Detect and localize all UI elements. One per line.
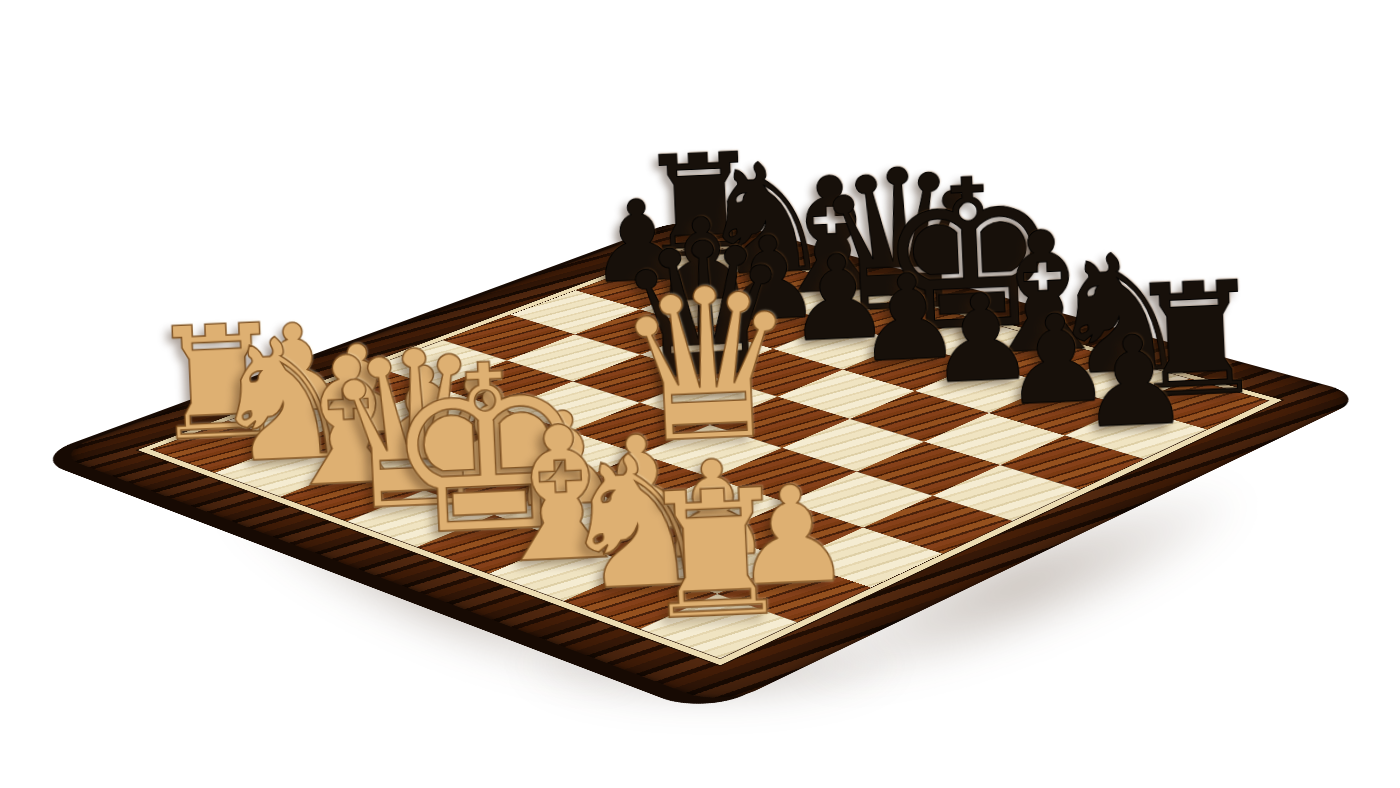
white-rook-h1: ♜ — [589, 478, 842, 631]
wooden-board: ♜♞♝♛♚♝♞♜♟♟♟♟♟♟♟♟♛♛♟♟♟♟♟♟♟♟♜♞♝♛♚♝♞♜ — [53, 215, 1367, 707]
pawn-glyph: ♟ — [1020, 326, 1248, 437]
chess-board-grid: ♜♞♝♛♚♝♞♜♟♟♟♟♟♟♟♟♛♛♟♟♟♟♟♟♟♟♜♞♝♛♚♝♞♜ — [152, 243, 1268, 658]
perspective-scene: ♜♞♝♛♚♝♞♜♟♟♟♟♟♟♟♟♛♛♟♟♟♟♟♟♟♟♜♞♝♛♚♝♞♜ — [189, 0, 1232, 788]
rook-glyph: ♜ — [589, 478, 842, 631]
black-pawn-h7: ♟ — [1020, 326, 1248, 437]
photo-stage: ♜♞♝♛♚♝♞♜♟♟♟♟♟♟♟♟♛♛♟♟♟♟♟♟♟♟♜♞♝♛♚♝♞♜ — [0, 0, 1400, 788]
board-tilt-wrapper: ♜♞♝♛♚♝♞♜♟♟♟♟♟♟♟♟♛♛♟♟♟♟♟♟♟♟♜♞♝♛♚♝♞♜ — [0, 0, 1400, 788]
